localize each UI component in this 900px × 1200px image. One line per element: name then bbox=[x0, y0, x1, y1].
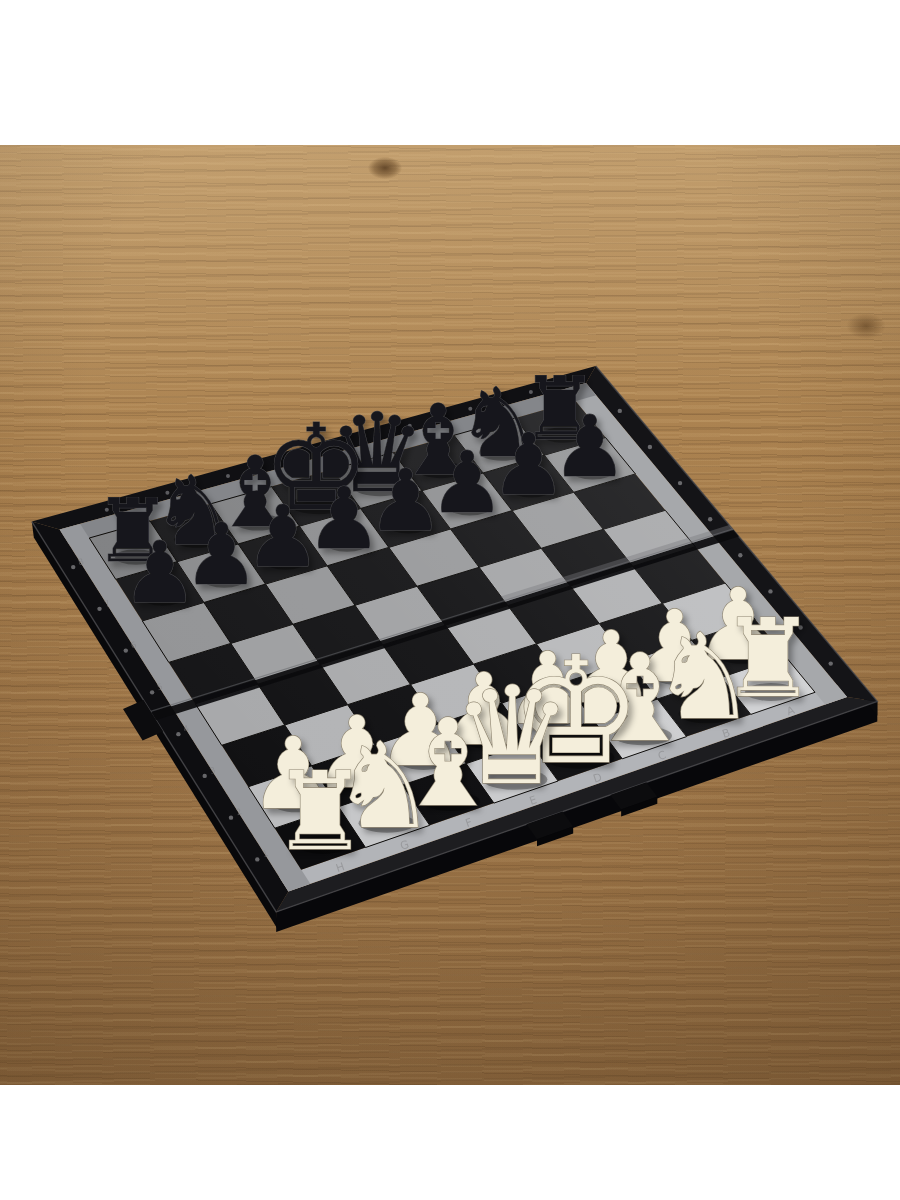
white-rook-h1[interactable]: ♜ bbox=[272, 749, 369, 875]
frame-rivet bbox=[648, 445, 652, 449]
frame-rivet bbox=[229, 815, 233, 819]
frame-rivet bbox=[71, 565, 75, 569]
frame-rivet bbox=[678, 481, 682, 485]
frame-rivet bbox=[150, 690, 154, 694]
black-pawn-h7[interactable]: ♟ bbox=[122, 523, 198, 622]
frame-rivet bbox=[255, 857, 259, 861]
page-background: HGFEDCBA12345678♜♞♝♟♛♟♚♟♝♟♞♟♜♟♟♟♟♟♜♟♞♟♝♟… bbox=[0, 0, 900, 1200]
frame-rivet bbox=[202, 774, 206, 778]
frame-rivet bbox=[97, 607, 101, 611]
frame-rivet bbox=[738, 553, 742, 557]
frame-rivet bbox=[176, 732, 180, 736]
chess-board: HGFEDCBA12345678♜♞♝♟♛♟♚♟♝♟♞♟♜♟♟♟♟♟♜♟♞♟♝♟… bbox=[0, 0, 900, 1200]
frame-rivet bbox=[708, 517, 712, 521]
frame-rivet bbox=[124, 648, 128, 652]
frame-rivet bbox=[829, 661, 833, 665]
